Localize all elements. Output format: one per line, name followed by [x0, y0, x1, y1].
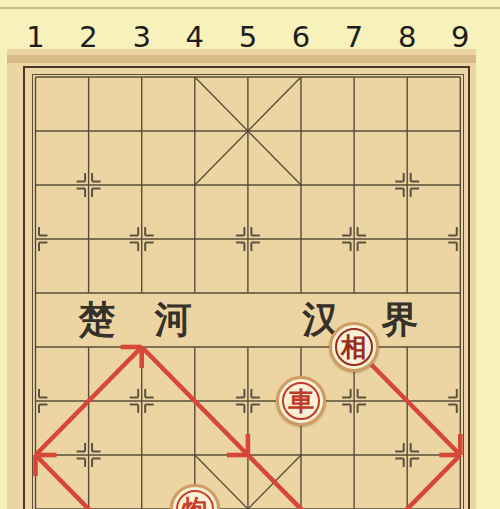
piece-red-chariot-glyph: 車 — [282, 382, 320, 420]
board-grid-and-arrows — [0, 0, 500, 509]
piece-red-elephant-glyph: 相 — [335, 328, 373, 366]
xiangqi-screen: 123456789 楚河汉界 相車炮 — [0, 0, 500, 509]
piece-red-elephant[interactable]: 相 — [329, 322, 379, 372]
piece-red-chariot[interactable]: 車 — [276, 376, 326, 426]
piece-red-cannon-glyph: 炮 — [176, 490, 214, 509]
